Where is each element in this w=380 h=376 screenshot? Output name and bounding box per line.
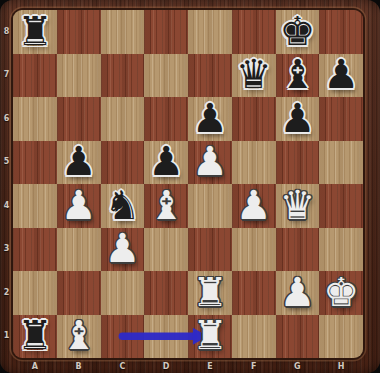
square-a3[interactable]	[13, 228, 57, 272]
square-a1[interactable]: ♜	[13, 315, 57, 359]
file-label-e: E	[204, 362, 216, 371]
square-h8[interactable]	[319, 10, 363, 54]
square-e2[interactable]: ♜	[188, 271, 232, 315]
square-h5[interactable]	[319, 141, 363, 185]
white-bishop-d4[interactable]: ♝	[144, 183, 188, 227]
square-g2[interactable]: ♟	[276, 271, 320, 315]
square-c3[interactable]: ♟	[101, 228, 145, 272]
rank-label-3: 3	[2, 244, 11, 253]
square-b4[interactable]: ♟	[57, 184, 101, 228]
square-c5[interactable]	[101, 141, 145, 185]
white-pawn-g2[interactable]: ♟	[276, 270, 320, 314]
square-b3[interactable]	[57, 228, 101, 272]
file-label-g: G	[291, 362, 303, 371]
square-e1[interactable]: ♜	[188, 315, 232, 359]
square-d6[interactable]	[144, 97, 188, 141]
square-d4[interactable]: ♝	[144, 184, 188, 228]
black-knight-c4[interactable]: ♞	[101, 183, 145, 227]
square-d2[interactable]	[144, 271, 188, 315]
white-rook-e2[interactable]: ♜	[188, 270, 232, 314]
square-d7[interactable]	[144, 54, 188, 98]
square-d1[interactable]	[144, 315, 188, 359]
square-a2[interactable]	[13, 271, 57, 315]
square-b1[interactable]: ♝	[57, 315, 101, 359]
black-pawn-e6[interactable]: ♟	[188, 96, 232, 140]
square-c7[interactable]	[101, 54, 145, 98]
chess-board[interactable]: ♜♚♛♝♟♟♟♟♟♟♟♞♝♟♛♟♜♟♚♜♝♜	[13, 10, 363, 358]
square-e8[interactable]	[188, 10, 232, 54]
square-a4[interactable]	[13, 184, 57, 228]
square-h3[interactable]	[319, 228, 363, 272]
square-a7[interactable]	[13, 54, 57, 98]
file-label-d: D	[160, 362, 172, 371]
square-g6[interactable]: ♟	[276, 97, 320, 141]
black-pawn-g6[interactable]: ♟	[276, 96, 320, 140]
square-a8[interactable]: ♜	[13, 10, 57, 54]
rank-label-7: 7	[2, 70, 11, 79]
rank-label-6: 6	[2, 114, 11, 123]
white-queen-g4[interactable]: ♛	[276, 183, 320, 227]
square-c8[interactable]	[101, 10, 145, 54]
white-rook-e1[interactable]: ♜	[188, 314, 232, 358]
square-d3[interactable]	[144, 228, 188, 272]
black-rook-a1[interactable]: ♜	[13, 314, 57, 358]
square-g8[interactable]: ♚	[276, 10, 320, 54]
file-label-a: A	[29, 362, 41, 371]
square-h2[interactable]: ♚	[319, 271, 363, 315]
square-h6[interactable]	[319, 97, 363, 141]
square-c4[interactable]: ♞	[101, 184, 145, 228]
square-c2[interactable]	[101, 271, 145, 315]
square-d8[interactable]	[144, 10, 188, 54]
file-label-h: H	[335, 362, 347, 371]
rank-label-1: 1	[2, 331, 11, 340]
square-e7[interactable]	[188, 54, 232, 98]
chessboard-widget: ♜♚♛♝♟♟♟♟♟♟♟♞♝♟♛♟♜♟♚♜♝♜ 87654321 ABCDEFGH	[0, 0, 380, 376]
square-a6[interactable]	[13, 97, 57, 141]
black-pawn-d5[interactable]: ♟	[144, 140, 188, 184]
white-king-h2[interactable]: ♚	[319, 270, 363, 314]
square-f5[interactable]	[232, 141, 276, 185]
white-pawn-e5[interactable]: ♟	[188, 140, 232, 184]
black-queen-f7[interactable]: ♛	[232, 53, 276, 97]
square-b7[interactable]	[57, 54, 101, 98]
rank-label-8: 8	[2, 27, 11, 36]
square-f2[interactable]	[232, 271, 276, 315]
black-pawn-b5[interactable]: ♟	[57, 140, 101, 184]
black-pawn-h7[interactable]: ♟	[319, 53, 363, 97]
white-bishop-b1[interactable]: ♝	[57, 314, 101, 358]
square-f8[interactable]	[232, 10, 276, 54]
white-pawn-f4[interactable]: ♟	[232, 183, 276, 227]
square-f3[interactable]	[232, 228, 276, 272]
square-e5[interactable]: ♟	[188, 141, 232, 185]
square-b8[interactable]	[57, 10, 101, 54]
black-bishop-g7[interactable]: ♝	[276, 53, 320, 97]
square-h4[interactable]	[319, 184, 363, 228]
rank-label-2: 2	[2, 288, 11, 297]
square-f4[interactable]: ♟	[232, 184, 276, 228]
square-g3[interactable]	[276, 228, 320, 272]
file-label-b: B	[73, 362, 85, 371]
square-a5[interactable]	[13, 141, 57, 185]
black-rook-a8[interactable]: ♜	[13, 10, 57, 53]
square-f1[interactable]	[232, 315, 276, 359]
square-h1[interactable]	[319, 315, 363, 359]
square-h7[interactable]: ♟	[319, 54, 363, 98]
square-b6[interactable]	[57, 97, 101, 141]
board-frame: ♜♚♛♝♟♟♟♟♟♟♟♞♝♟♛♟♜♟♚♜♝♜ 87654321 ABCDEFGH	[0, 0, 380, 373]
square-c1[interactable]	[101, 315, 145, 359]
rank-label-5: 5	[2, 157, 11, 166]
white-pawn-b4[interactable]: ♟	[57, 183, 101, 227]
square-g4[interactable]: ♛	[276, 184, 320, 228]
white-pawn-c3[interactable]: ♟	[101, 227, 145, 271]
square-g5[interactable]	[276, 141, 320, 185]
black-king-g8[interactable]: ♚	[276, 10, 320, 53]
square-b2[interactable]	[57, 271, 101, 315]
square-f6[interactable]	[232, 97, 276, 141]
square-b5[interactable]: ♟	[57, 141, 101, 185]
rank-label-4: 4	[2, 201, 11, 210]
square-f7[interactable]: ♛	[232, 54, 276, 98]
file-label-f: F	[248, 362, 260, 371]
file-label-c: C	[116, 362, 128, 371]
square-e3[interactable]	[188, 228, 232, 272]
square-e4[interactable]	[188, 184, 232, 228]
square-g7[interactable]: ♝	[276, 54, 320, 98]
square-g1[interactable]	[276, 315, 320, 359]
square-c6[interactable]	[101, 97, 145, 141]
square-e6[interactable]: ♟	[188, 97, 232, 141]
square-d5[interactable]: ♟	[144, 141, 188, 185]
